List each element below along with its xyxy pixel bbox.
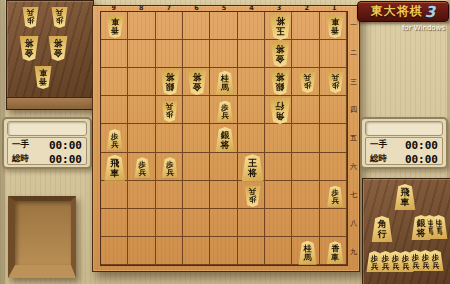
square-26[interactable] [292,153,319,181]
logo-title: 東大将棋 [371,3,423,20]
square-43[interactable] [238,68,265,96]
square-81[interactable] [128,12,155,40]
piece-kanji: 歩 兵 [382,253,390,271]
piece-kanji: 金 将 [193,72,202,93]
square-62[interactable] [183,40,210,68]
rank-label-9: 九 [348,238,359,266]
square-93[interactable] [101,68,128,96]
square-56[interactable] [210,153,237,181]
square-64[interactable] [183,96,210,124]
piece-kanji: 香 車 [39,68,47,87]
square-65[interactable] [183,124,210,152]
square-27[interactable] [292,181,319,209]
piece-kanji: 銀 将 [276,72,285,93]
sente-name-field[interactable] [365,121,443,136]
gote-total-time: 00:00 [29,153,82,166]
square-51[interactable] [210,12,237,40]
square-88[interactable] [128,209,155,237]
square-77[interactable] [156,181,183,209]
piece-kanji: 角 行 [378,218,387,239]
gote-hand-piece-2[interactable]: 金 将 [19,36,39,61]
sente-move-time: 00:00 [387,139,438,152]
rank-label-2: 二 [348,39,359,67]
board-grid: 香 車玉 将香 車金 将銀 将金 将桂 馬銀 将歩 兵歩 兵歩 兵歩 兵角 行歩… [100,11,348,266]
square-85[interactable] [128,124,155,152]
square-72[interactable] [156,40,183,68]
square-87[interactable] [128,181,155,209]
square-89[interactable] [128,237,155,265]
square-18[interactable] [320,209,347,237]
piece-kanji: 金 将 [54,38,63,59]
square-38[interactable] [265,209,292,237]
square-21[interactable] [292,12,319,40]
square-99[interactable] [101,237,128,265]
piece-kanji: 玉 将 [276,16,285,37]
piece-kanji: 金 将 [276,44,285,65]
logo-plate: 東大将棋 3 [357,1,449,22]
piece-kanji: 桂 馬 [221,73,229,92]
square-16[interactable] [320,153,347,181]
piece-kanji: 歩 兵 [371,253,379,271]
piece-kanji: 香 車 [331,243,339,262]
piece-kanji: 香 車 [331,17,339,36]
square-35[interactable] [265,124,292,152]
piece-kanji: 銀 将 [417,217,426,238]
square-61[interactable] [183,12,210,40]
piece-kanji: 飛 車 [110,157,119,178]
gote-hand-piece-1[interactable]: 歩 兵 [51,7,68,28]
square-79[interactable] [156,237,183,265]
gote-hand-piece-4[interactable]: 香 車 [34,66,52,89]
square-22[interactable] [292,40,319,68]
gote-move-time: 00:00 [29,139,82,152]
piece-kanji: 銀 将 [221,129,230,150]
piece-kanji: 歩 兵 [249,187,257,205]
square-92[interactable] [101,40,128,68]
square-97[interactable] [101,181,128,209]
square-25[interactable] [292,124,319,152]
square-71[interactable] [156,12,183,40]
piece-kanji: 歩 兵 [221,102,229,120]
piece-kanji: 飛 車 [401,186,410,207]
square-78[interactable] [156,209,183,237]
sente-total-label: 総時 [370,153,387,165]
piece-kanji: 銀 将 [165,72,174,93]
gote-move-label: 一手 [12,139,29,151]
piece-kanji: 歩 兵 [412,252,420,270]
clock-panel-sente: 一手 00:00 総時 00:00 [360,117,448,169]
piece-kanji: 歩 兵 [139,159,147,177]
rank-label-6: 六 [348,153,359,181]
square-98[interactable] [101,209,128,237]
sente-hand-piece-0[interactable]: 飛 車 [394,184,416,210]
square-14[interactable] [320,96,347,124]
rank-label-7: 七 [348,181,359,209]
logo-version: 3 [425,3,435,21]
piece-kanji: 歩 兵 [166,102,174,120]
gote-hand-tray: 歩 兵歩 兵金 将金 将香 車 [6,0,94,110]
rank-label-4: 四 [348,96,359,124]
square-37[interactable] [265,181,292,209]
gote-hand-piece-3[interactable]: 金 将 [48,36,68,61]
piece-kanji: 桂 馬 [304,243,312,262]
piece-kanji: 王 将 [248,157,257,178]
sente-total-time: 00:00 [387,153,438,166]
square-48[interactable] [238,209,265,237]
square-58[interactable] [210,209,237,237]
square-36[interactable] [265,153,292,181]
clock-panel-gote: 一手 00:00 総時 00:00 [2,117,92,169]
shogi-board: 987654321 一二三四五六七八九 香 車玉 将香 車金 将銀 将金 将桂 … [92,5,360,272]
square-44[interactable] [238,96,265,124]
piece-box [8,196,76,278]
square-12[interactable] [320,40,347,68]
sente-hand-tray: 飛 車角 行桂 馬桂 馬銀 将歩 兵歩 兵歩 兵歩 兵歩 兵歩 兵歩 兵 [362,178,450,284]
square-39[interactable] [265,237,292,265]
logo-subtitle: for Windows [357,24,449,32]
sente-hand-piece-1[interactable]: 角 行 [371,216,393,242]
square-84[interactable] [128,96,155,124]
gote-name-field[interactable] [7,121,87,136]
square-52[interactable] [210,40,237,68]
piece-kanji: 歩 兵 [111,131,119,149]
square-45[interactable] [238,124,265,152]
square-75[interactable] [156,124,183,152]
rank-label-5: 五 [348,124,359,152]
gote-hand-piece-0[interactable]: 歩 兵 [22,7,39,28]
square-15[interactable] [320,124,347,152]
sente-times: 一手 00:00 総時 00:00 [365,137,443,165]
square-28[interactable] [292,209,319,237]
square-24[interactable] [292,96,319,124]
square-67[interactable] [183,181,210,209]
square-94[interactable] [101,96,128,124]
piece-kanji: 角 行 [276,101,285,122]
square-59[interactable] [210,237,237,265]
piece-kanji: 歩 兵 [304,74,312,92]
gote-times: 一手 00:00 総時 00:00 [7,137,87,165]
gote-tray-rim [7,97,93,109]
sente-move-label: 一手 [370,139,387,151]
square-69[interactable] [183,237,210,265]
square-42[interactable] [238,40,265,68]
square-82[interactable] [128,40,155,68]
square-49[interactable] [238,237,265,265]
piece-kanji: 歩 兵 [331,74,339,92]
app-logo: 東大将棋 3 for Windows [357,1,449,31]
rank-label-3: 三 [348,68,359,96]
piece-kanji: 歩 兵 [27,9,35,27]
square-83[interactable] [128,68,155,96]
square-68[interactable] [183,209,210,237]
square-66[interactable] [183,153,210,181]
gote-total-label: 総時 [12,153,29,165]
piece-kanji: 歩 兵 [331,187,339,205]
piece-kanji: 香 車 [111,17,119,36]
piece-kanji: 歩 兵 [56,9,64,27]
square-57[interactable] [210,181,237,209]
square-41[interactable] [238,12,265,40]
piece-kanji: 金 将 [25,38,34,59]
rank-label-8: 八 [348,209,359,237]
rank-labels: 一二三四五六七八九 [348,11,359,266]
piece-kanji: 歩 兵 [166,159,174,177]
